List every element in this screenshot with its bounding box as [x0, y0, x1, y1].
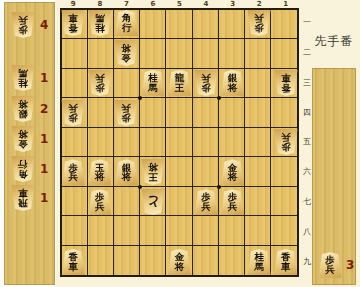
rank-label-8: 八: [301, 227, 313, 236]
file-label-1: 1: [276, 0, 296, 8]
file-label-8: 8: [90, 0, 110, 8]
rank-label-5: 五: [301, 137, 313, 146]
rank-label-3: 三: [301, 78, 313, 87]
square-3-4[interactable]: [219, 98, 245, 127]
square-2-2[interactable]: [245, 39, 271, 68]
square-8-2[interactable]: [88, 39, 114, 68]
square-7-9[interactable]: [114, 246, 140, 275]
square-7-3[interactable]: [114, 69, 140, 98]
square-5-1[interactable]: [166, 10, 192, 39]
square-5-2[interactable]: [166, 39, 192, 68]
star-point: [217, 96, 221, 100]
square-3-5[interactable]: [219, 128, 245, 157]
gote-hand-count-knight: 1: [40, 71, 48, 85]
square-4-1[interactable]: [193, 10, 219, 39]
square-2-5[interactable]: [245, 128, 271, 157]
square-4-4[interactable]: [193, 98, 219, 127]
square-1-2[interactable]: [271, 39, 297, 68]
square-8-5[interactable]: [88, 128, 114, 157]
file-label-3: 3: [223, 0, 243, 8]
square-9-2[interactable]: [62, 39, 88, 68]
sente-hand-count-pawn: 3: [346, 258, 354, 272]
square-6-2[interactable]: [140, 39, 166, 68]
square-6-9[interactable]: [140, 246, 166, 275]
rank-label-9: 九: [301, 257, 313, 266]
square-5-7[interactable]: [166, 187, 192, 216]
square-9-5[interactable]: [62, 128, 88, 157]
square-4-2[interactable]: [193, 39, 219, 68]
square-1-8[interactable]: [271, 216, 297, 245]
file-label-4: 4: [196, 0, 216, 8]
gote-hand-count-gold: 1: [40, 132, 48, 146]
square-9-7[interactable]: [62, 187, 88, 216]
piece-4-3[interactable]: 歩兵: [194, 70, 218, 96]
square-2-6[interactable]: [245, 157, 271, 186]
square-4-9[interactable]: [193, 246, 219, 275]
square-3-9[interactable]: [219, 246, 245, 275]
square-2-3[interactable]: [245, 69, 271, 98]
file-label-6: 6: [143, 0, 163, 8]
file-label-7: 7: [116, 0, 136, 8]
rank-label-6: 六: [301, 167, 313, 176]
file-label-2: 2: [249, 0, 269, 8]
square-9-3[interactable]: [62, 69, 88, 98]
board-grid: [62, 10, 297, 275]
file-label-9: 9: [63, 0, 83, 8]
square-3-8[interactable]: [219, 216, 245, 245]
square-5-4[interactable]: [166, 98, 192, 127]
square-6-5[interactable]: [140, 128, 166, 157]
square-2-4[interactable]: [245, 98, 271, 127]
square-8-4[interactable]: [88, 98, 114, 127]
square-1-1[interactable]: [271, 10, 297, 39]
square-7-8[interactable]: [114, 216, 140, 245]
square-4-6[interactable]: [193, 157, 219, 186]
rank-label-7: 七: [301, 197, 313, 206]
square-5-6[interactable]: [166, 157, 192, 186]
square-2-7[interactable]: [245, 187, 271, 216]
square-8-8[interactable]: [88, 216, 114, 245]
shogi-app: 987654321一二三四五六七八九 香車桂馬角行歩兵金将歩兵桂馬龍王歩兵銀将香…: [0, 0, 360, 287]
gote-hand-count-pawn: 4: [40, 18, 48, 32]
square-1-6[interactable]: [271, 157, 297, 186]
square-7-7[interactable]: [114, 187, 140, 216]
piece-kanji: 歩兵: [194, 70, 218, 96]
square-6-1[interactable]: [140, 10, 166, 39]
file-label-5: 5: [169, 0, 189, 8]
square-8-9[interactable]: [88, 246, 114, 275]
square-4-8[interactable]: [193, 216, 219, 245]
sente-captured-tray: [312, 68, 356, 285]
square-9-8[interactable]: [62, 216, 88, 245]
turn-indicator: 先手番: [308, 33, 360, 50]
gote-hand-count-silver: 2: [40, 102, 48, 116]
square-6-8[interactable]: [140, 216, 166, 245]
rank-label-1: 一: [301, 18, 313, 27]
square-4-5[interactable]: [193, 128, 219, 157]
gote-hand-count-rook: 1: [40, 191, 48, 205]
square-6-4[interactable]: [140, 98, 166, 127]
star-point: [138, 96, 142, 100]
square-3-2[interactable]: [219, 39, 245, 68]
square-1-4[interactable]: [271, 98, 297, 127]
square-7-5[interactable]: [114, 128, 140, 157]
square-3-1[interactable]: [219, 10, 245, 39]
square-2-8[interactable]: [245, 216, 271, 245]
rank-label-4: 四: [301, 108, 313, 117]
shogi-board: [60, 8, 299, 277]
square-5-8[interactable]: [166, 216, 192, 245]
star-point: [138, 185, 142, 189]
square-1-7[interactable]: [271, 187, 297, 216]
gote-hand-count-bishop: 1: [40, 162, 48, 176]
square-5-5[interactable]: [166, 128, 192, 157]
